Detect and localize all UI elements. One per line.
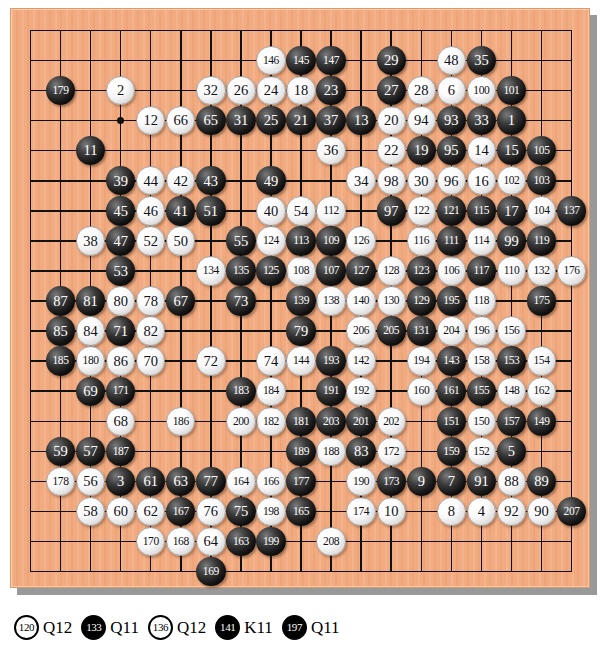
stone-156: 156: [497, 316, 526, 345]
caption-coord: Q11: [110, 619, 139, 636]
stone-number: 177: [293, 476, 309, 488]
stone-49: 49: [256, 166, 285, 195]
stone-76: 76: [196, 497, 225, 526]
stone-number: 55: [234, 234, 249, 249]
stone-162: 162: [527, 377, 556, 406]
stone-172: 172: [377, 437, 406, 466]
stone-151: 151: [437, 407, 466, 436]
stone-96: 96: [437, 166, 466, 195]
stone-40: 40: [256, 196, 285, 225]
stone-number: 95: [444, 143, 459, 158]
stone-109: 109: [316, 226, 345, 255]
stone-number: 124: [263, 235, 279, 247]
stone-number: 144: [293, 355, 309, 367]
stone-97: 97: [377, 196, 406, 225]
stone-number: 87: [53, 294, 68, 309]
stone-192: 192: [346, 377, 375, 406]
stone-73: 73: [226, 286, 255, 315]
stone-number: 70: [143, 354, 158, 369]
caption-coord: Q11: [311, 619, 340, 636]
stone-number: 47: [113, 234, 128, 249]
stone-7: 7: [437, 467, 466, 496]
stone-number: 13: [354, 113, 369, 128]
stone-178: 178: [46, 467, 75, 496]
stone-number: 76: [204, 504, 219, 519]
stone-39: 39: [106, 166, 135, 195]
hoshi-dot: [117, 117, 124, 124]
stone-number: 96: [444, 174, 459, 189]
stone-number: 183: [233, 385, 249, 397]
stone-number: 39: [113, 174, 128, 189]
stone-149: 149: [527, 407, 556, 436]
stone-98: 98: [377, 166, 406, 195]
stone-number: 115: [474, 205, 490, 217]
stone-number: 110: [504, 265, 520, 277]
stone-number: 122: [413, 205, 429, 217]
stone-68: 68: [106, 407, 135, 436]
stone-45: 45: [106, 196, 135, 225]
stone-number: 61: [143, 474, 158, 489]
stone-number: 28: [414, 83, 429, 98]
stone-113: 113: [286, 226, 315, 255]
stone-171: 171: [106, 377, 135, 406]
stone-number: 71: [113, 324, 128, 339]
stone-number: 118: [474, 295, 490, 307]
stone-205: 205: [377, 316, 406, 345]
stone-number: 25: [264, 113, 279, 128]
stone-77: 77: [196, 467, 225, 496]
stone-128: 128: [377, 256, 406, 285]
stone-number: 168: [173, 536, 189, 548]
stone-54: 54: [286, 196, 315, 225]
stone-194: 194: [407, 346, 436, 375]
stone-92: 92: [497, 497, 526, 526]
stone-number: 23: [324, 83, 339, 98]
stone-1: 1: [497, 106, 526, 135]
stone-103: 103: [527, 166, 556, 195]
stone-number: 33: [474, 113, 489, 128]
stone-106: 106: [437, 256, 466, 285]
stone-number: 14: [474, 143, 489, 158]
stone-56: 56: [76, 467, 105, 496]
stone-132: 132: [527, 256, 556, 285]
stone-number: 83: [354, 444, 369, 459]
stone-78: 78: [136, 286, 165, 315]
stone-199: 199: [256, 527, 285, 556]
stone-number: 166: [263, 476, 279, 488]
stone-6: 6: [437, 76, 466, 105]
stone-50: 50: [166, 226, 195, 255]
stone-number: 93: [444, 113, 459, 128]
stone-number: 97: [384, 204, 399, 219]
stone-number: 101: [503, 85, 519, 97]
stone-number: 192: [353, 385, 369, 397]
stone-number: 142: [353, 355, 369, 367]
stone-number: 24: [264, 83, 279, 98]
stone-88: 88: [497, 467, 526, 496]
stone-number: 3: [117, 474, 124, 489]
stone-72: 72: [196, 346, 225, 375]
stone-number: 161: [443, 385, 459, 397]
stone-115: 115: [467, 196, 496, 225]
stone-number: 72: [204, 354, 219, 369]
stone-30: 30: [407, 166, 436, 195]
stone-number: 44: [143, 174, 158, 189]
stone-number: 162: [533, 385, 549, 397]
stone-number: 11: [84, 143, 98, 158]
stone-2: 2: [106, 76, 135, 105]
stone-175: 175: [527, 286, 556, 315]
stone-number: 165: [293, 506, 309, 518]
stone-number: 150: [473, 416, 489, 428]
stone-28: 28: [407, 76, 436, 105]
stone-number: 103: [533, 175, 549, 187]
grid-line-horizontal: [30, 571, 573, 573]
stone-number: 190: [353, 476, 369, 488]
stone-152: 152: [467, 437, 496, 466]
stone-81: 81: [76, 286, 105, 315]
stone-104: 104: [527, 196, 556, 225]
stone-number: 169: [203, 566, 219, 578]
stone-164: 164: [226, 467, 255, 496]
stone-number: 9: [418, 474, 425, 489]
stone-95: 95: [437, 136, 466, 165]
stone-59: 59: [46, 437, 75, 466]
stone-number: 82: [143, 324, 158, 339]
stone-173: 173: [377, 467, 406, 496]
stone-108: 108: [286, 256, 315, 285]
stone-number: 5: [508, 444, 515, 459]
caption-coord: Q12: [177, 619, 206, 636]
stone-number: 35: [474, 53, 489, 68]
stone-number: 186: [173, 416, 189, 428]
stone-number: 130: [383, 295, 399, 307]
stone-number: 163: [233, 536, 249, 548]
stone-number: 116: [413, 235, 429, 247]
stone-41: 41: [166, 196, 195, 225]
stone-187: 187: [106, 437, 135, 466]
stone-37: 37: [316, 106, 345, 135]
stone-number: 194: [413, 355, 429, 367]
stone-number: 172: [383, 446, 399, 458]
stone-206: 206: [346, 316, 375, 345]
stone-number: 91: [474, 474, 489, 489]
stone-number: 200: [233, 416, 249, 428]
stone-101: 101: [497, 76, 526, 105]
stone-number: 21: [294, 113, 309, 128]
stone-11: 11: [76, 136, 105, 165]
caption-stone-136: 136: [148, 615, 173, 640]
stone-number: 58: [83, 504, 98, 519]
stone-181: 181: [286, 407, 315, 436]
stone-number: 170: [143, 536, 159, 548]
stone-14: 14: [467, 136, 496, 165]
stone-48: 48: [437, 46, 466, 75]
stone-165: 165: [286, 497, 315, 526]
stone-191: 191: [316, 377, 345, 406]
stone-number: 139: [293, 295, 309, 307]
stone-number: 49: [264, 174, 279, 189]
stone-number: 128: [383, 265, 399, 277]
stone-176: 176: [557, 256, 586, 285]
stone-17: 17: [497, 196, 526, 225]
stone-153: 153: [497, 346, 526, 375]
stone-200: 200: [226, 407, 255, 436]
stone-number: 199: [263, 536, 279, 548]
stone-number: 30: [414, 174, 429, 189]
stone-number: 201: [353, 416, 369, 428]
stone-135: 135: [226, 256, 255, 285]
stone-number: 18: [294, 83, 309, 98]
stone-number: 53: [113, 264, 128, 279]
stone-number: 80: [113, 294, 128, 309]
stone-number: 196: [473, 325, 489, 337]
stone-number: 45: [113, 204, 128, 219]
stone-85: 85: [46, 316, 75, 345]
stone-93: 93: [437, 106, 466, 135]
stone-number: 89: [534, 474, 549, 489]
stone-3: 3: [106, 467, 135, 496]
stone-number: 126: [353, 235, 369, 247]
stone-16: 16: [467, 166, 496, 195]
stone-53: 53: [106, 256, 135, 285]
stone-157: 157: [497, 407, 526, 436]
stone-121: 121: [437, 196, 466, 225]
stone-189: 189: [286, 437, 315, 466]
stone-number: 111: [444, 235, 459, 247]
stone-number: 117: [474, 265, 490, 277]
stone-131: 131: [407, 316, 436, 345]
stone-29: 29: [377, 46, 406, 75]
stone-82: 82: [136, 316, 165, 345]
stone-number: 29: [384, 53, 399, 68]
stone-43: 43: [196, 166, 225, 195]
stone-65: 65: [196, 106, 225, 135]
stone-number: 198: [263, 506, 279, 518]
stone-22: 22: [377, 136, 406, 165]
stone-number: 125: [263, 265, 279, 277]
stone-number: 184: [263, 385, 279, 397]
stone-203: 203: [316, 407, 345, 436]
stone-5: 5: [497, 437, 526, 466]
stone-number: 143: [443, 355, 459, 367]
stone-193: 193: [316, 346, 345, 375]
stone-number: 46: [143, 204, 158, 219]
stone-44: 44: [136, 166, 165, 195]
stone-116: 116: [407, 226, 436, 255]
stone-139: 139: [286, 286, 315, 315]
stone-23: 23: [316, 76, 345, 105]
stone-161: 161: [437, 377, 466, 406]
stone-number: 50: [174, 234, 189, 249]
stone-number: 79: [294, 324, 309, 339]
stone-186: 186: [166, 407, 195, 436]
stone-38: 38: [76, 226, 105, 255]
stone-number: 181: [293, 416, 309, 428]
stone-143: 143: [437, 346, 466, 375]
stone-number: 1: [508, 113, 515, 128]
stone-number: 43: [204, 174, 219, 189]
stone-8: 8: [437, 497, 466, 526]
stone-112: 112: [316, 196, 345, 225]
stone-number: 38: [83, 234, 98, 249]
stone-number: 100: [473, 85, 489, 97]
stone-number: 12: [143, 113, 158, 128]
stone-185: 185: [46, 346, 75, 375]
stone-71: 71: [106, 316, 135, 345]
stone-201: 201: [346, 407, 375, 436]
stone-number: 207: [564, 506, 580, 518]
stone-number: 156: [503, 325, 519, 337]
stone-119: 119: [527, 226, 556, 255]
stone-105: 105: [527, 136, 556, 165]
stone-86: 86: [106, 346, 135, 375]
stone-100: 100: [467, 76, 496, 105]
stone-number: 68: [113, 414, 128, 429]
stone-207: 207: [557, 497, 586, 526]
stone-number: 67: [174, 294, 189, 309]
stone-number: 157: [503, 416, 519, 428]
stone-94: 94: [407, 106, 436, 135]
stone-number: 159: [443, 446, 459, 458]
stone-number: 65: [204, 113, 219, 128]
stone-number: 8: [448, 504, 455, 519]
stone-number: 66: [174, 113, 189, 128]
stone-number: 137: [564, 205, 580, 217]
stone-number: 59: [53, 444, 68, 459]
stone-129: 129: [407, 286, 436, 315]
stone-number: 26: [234, 83, 249, 98]
stone-number: 112: [323, 205, 339, 217]
stone-number: 205: [383, 325, 399, 337]
stone-number: 134: [203, 265, 219, 277]
stone-number: 108: [293, 265, 309, 277]
stone-number: 98: [384, 174, 399, 189]
stone-number: 92: [504, 504, 519, 519]
stone-number: 106: [443, 265, 459, 277]
stone-number: 145: [293, 55, 309, 67]
stone-114: 114: [467, 226, 496, 255]
stone-107: 107: [316, 256, 345, 285]
stone-83: 83: [346, 437, 375, 466]
stone-87: 87: [46, 286, 75, 315]
stone-number: 129: [413, 295, 429, 307]
stone-57: 57: [76, 437, 105, 466]
go-diagram-page: { "game": "Go", "board_size": 19, "diagr…: [0, 0, 600, 659]
stone-31: 31: [226, 106, 255, 135]
stone-60: 60: [106, 497, 135, 526]
stone-167: 167: [166, 497, 195, 526]
stone-number: 173: [383, 476, 399, 488]
stone-number: 187: [113, 446, 129, 458]
stone-number: 90: [534, 504, 549, 519]
stone-number: 75: [234, 504, 249, 519]
caption-coord: K11: [244, 619, 273, 636]
stone-number: 63: [174, 474, 189, 489]
stone-117: 117: [467, 256, 496, 285]
stone-166: 166: [256, 467, 285, 496]
stone-19: 19: [407, 136, 436, 165]
stone-111: 111: [437, 226, 466, 255]
stone-10: 10: [377, 497, 406, 526]
stone-168: 168: [166, 527, 195, 556]
stone-122: 122: [407, 196, 436, 225]
stone-number: 174: [353, 506, 369, 518]
stone-145: 145: [286, 46, 315, 75]
stone-35: 35: [467, 46, 496, 75]
stone-number: 147: [323, 55, 339, 67]
stone-159: 159: [437, 437, 466, 466]
stone-63: 63: [166, 467, 195, 496]
stone-number: 7: [448, 474, 455, 489]
stone-36: 36: [316, 136, 345, 165]
stone-number: 182: [263, 416, 279, 428]
caption-coord: Q12: [43, 619, 72, 636]
stone-number: 41: [174, 204, 189, 219]
stone-33: 33: [467, 106, 496, 135]
stone-70: 70: [136, 346, 165, 375]
stone-number: 102: [503, 175, 519, 187]
go-board[interactable]: 1234567891011121314151617181920212223242…: [10, 8, 590, 588]
stone-183: 183: [226, 377, 255, 406]
stone-91: 91: [467, 467, 496, 496]
stone-number: 113: [293, 235, 309, 247]
stone-number: 74: [264, 354, 279, 369]
stone-number: 107: [323, 265, 339, 277]
stone-147: 147: [316, 46, 345, 75]
stone-number: 17: [504, 204, 519, 219]
stone-123: 123: [407, 256, 436, 285]
stone-number: 148: [503, 385, 519, 397]
stone-number: 37: [324, 113, 339, 128]
stone-number: 105: [533, 145, 549, 157]
stone-21: 21: [286, 106, 315, 135]
stone-number: 138: [323, 295, 339, 307]
stone-202: 202: [377, 407, 406, 436]
stone-52: 52: [136, 226, 165, 255]
stone-number: 84: [83, 324, 98, 339]
stone-89: 89: [527, 467, 556, 496]
stone-20: 20: [377, 106, 406, 135]
stone-number: 179: [53, 85, 69, 97]
stone-number: 178: [53, 476, 69, 488]
stone-74: 74: [256, 346, 285, 375]
stone-180: 180: [76, 346, 105, 375]
stone-64: 64: [196, 527, 225, 556]
stone-160: 160: [407, 377, 436, 406]
stone-number: 69: [83, 384, 98, 399]
stone-number: 121: [443, 205, 459, 217]
stone-number: 77: [204, 474, 219, 489]
stone-number: 99: [504, 234, 519, 249]
stone-204: 204: [437, 316, 466, 345]
stone-number: 81: [83, 294, 98, 309]
stone-number: 57: [83, 444, 98, 459]
stone-number: 6: [448, 83, 455, 98]
stone-79: 79: [286, 316, 315, 345]
stone-number: 140: [353, 295, 369, 307]
stone-number: 164: [233, 476, 249, 488]
stone-155: 155: [467, 377, 496, 406]
stone-number: 175: [533, 295, 549, 307]
stone-number: 51: [204, 204, 219, 219]
stone-125: 125: [256, 256, 285, 285]
stone-150: 150: [467, 407, 496, 436]
stone-69: 69: [76, 377, 105, 406]
stone-number: 123: [413, 265, 429, 277]
caption-stone-120: 120: [14, 615, 39, 640]
stone-number: 86: [113, 354, 128, 369]
